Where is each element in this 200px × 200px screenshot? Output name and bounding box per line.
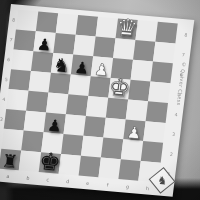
square-f3[interactable]: [103, 118, 125, 140]
square-g2[interactable]: [121, 139, 143, 161]
square-a8[interactable]: [16, 10, 38, 32]
piece-black-rook-a1[interactable]: ♜: [1, 152, 19, 171]
knight-logo-glyph: ♞: [156, 174, 167, 186]
square-e4[interactable]: [86, 96, 108, 118]
square-f5[interactable]: ♚: [108, 78, 130, 100]
square-a7[interactable]: [13, 30, 35, 52]
piece-white-pawn-e6[interactable]: ♟: [93, 62, 109, 79]
square-d5[interactable]: [68, 74, 90, 96]
piece-white-pawn-g3[interactable]: ♟: [126, 125, 142, 142]
square-c6[interactable]: ♞: [51, 53, 73, 75]
square-b4[interactable]: [26, 91, 48, 113]
rank-label-3: 3: [0, 111, 4, 126]
square-f1[interactable]: [98, 157, 120, 179]
piece-white-queen-f8[interactable]: ♛: [115, 15, 139, 41]
rank-label-4: 4: [173, 106, 180, 121]
square-c4[interactable]: [46, 93, 68, 115]
square-h2[interactable]: [141, 141, 163, 163]
square-b7[interactable]: ♟: [33, 31, 55, 53]
square-d1[interactable]: [59, 154, 81, 176]
square-h4[interactable]: [146, 101, 168, 123]
file-label-f: f: [99, 181, 116, 189]
piece-black-pawn-c3[interactable]: ♟: [46, 118, 62, 135]
rank-label-7: 7: [180, 47, 187, 62]
square-g4[interactable]: [126, 100, 148, 122]
chessboard: ♛♟♞♟♟♚♟♟♜♚ abcdefgh 87654321 87654321 © …: [0, 4, 194, 197]
rank-label-8: 8: [182, 27, 189, 42]
board-photo: ♛♟♞♟♟♚♟♟♜♚ abcdefgh 87654321 87654321 © …: [0, 0, 200, 200]
square-f8[interactable]: ♛: [116, 18, 138, 40]
square-e1[interactable]: [79, 156, 101, 178]
square-d7[interactable]: [73, 35, 95, 57]
square-f2[interactable]: [101, 138, 123, 160]
piece-black-pawn-b7[interactable]: ♟: [36, 36, 52, 53]
square-a3[interactable]: [4, 109, 26, 131]
square-b6[interactable]: [31, 51, 53, 73]
square-g1[interactable]: [118, 159, 140, 181]
rank-label-5: 5: [2, 71, 9, 86]
square-a6[interactable]: [11, 49, 33, 71]
piece-black-knight-c6[interactable]: ♞: [52, 55, 71, 75]
rank-label-3: 3: [170, 126, 177, 141]
square-c7[interactable]: [53, 33, 75, 55]
file-label-b: b: [20, 174, 37, 182]
square-h5[interactable]: [148, 81, 170, 103]
square-g6[interactable]: [131, 60, 153, 82]
square-d3[interactable]: [63, 114, 85, 136]
square-a5[interactable]: [9, 69, 31, 91]
square-h8[interactable]: [155, 22, 177, 44]
square-g5[interactable]: [128, 80, 150, 102]
square-g7[interactable]: [133, 40, 155, 62]
square-h7[interactable]: [153, 42, 175, 64]
board-grid: ♛♟♞♟♟♚♟♟♜♚: [0, 10, 178, 183]
square-e3[interactable]: [83, 116, 105, 138]
square-d2[interactable]: [61, 134, 83, 156]
square-c8[interactable]: [56, 13, 78, 35]
rank-label-6: 6: [5, 51, 12, 66]
rank-label-4: 4: [0, 91, 7, 106]
square-c1[interactable]: ♚: [39, 152, 61, 174]
square-b5[interactable]: [29, 71, 51, 93]
file-label-e: e: [79, 179, 96, 187]
piece-white-king-f5[interactable]: ♚: [107, 75, 131, 101]
square-b3[interactable]: [24, 111, 46, 133]
rank-label-7: 7: [7, 31, 14, 46]
rank-label-8: 8: [10, 12, 17, 27]
square-d6[interactable]: ♟: [71, 55, 93, 77]
file-label-c: c: [39, 176, 56, 184]
square-c3[interactable]: ♟: [44, 112, 66, 134]
square-e7[interactable]: [93, 36, 115, 58]
square-d8[interactable]: [76, 15, 98, 37]
square-a2[interactable]: [1, 129, 23, 151]
file-label-g: g: [119, 183, 136, 191]
piece-black-pawn-d6[interactable]: ♟: [74, 60, 90, 77]
square-h6[interactable]: [151, 62, 173, 84]
file-label-a: a: [0, 173, 16, 181]
square-d4[interactable]: [66, 94, 88, 116]
piece-black-king-c1[interactable]: ♚: [38, 149, 62, 175]
square-a1[interactable]: ♜: [0, 149, 21, 171]
square-a4[interactable]: [6, 89, 28, 111]
square-e2[interactable]: [81, 136, 103, 158]
file-label-d: d: [59, 178, 76, 186]
square-g8[interactable]: [135, 20, 157, 42]
square-g3[interactable]: ♟: [123, 119, 145, 141]
square-b8[interactable]: [36, 11, 58, 33]
square-h3[interactable]: [143, 121, 165, 143]
rank-label-2: 2: [168, 146, 175, 161]
